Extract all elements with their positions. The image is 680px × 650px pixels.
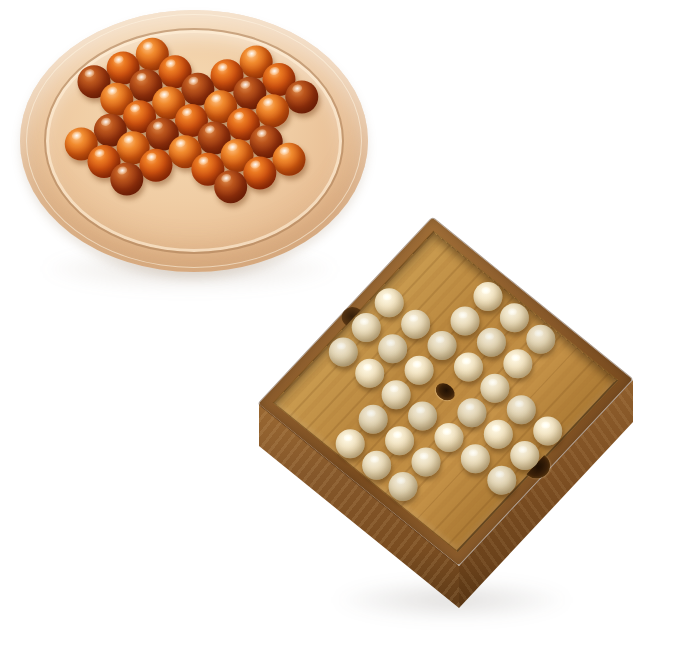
wooden-ball[interactable] (385, 426, 414, 455)
wooden-ball[interactable] (533, 416, 562, 445)
wooden-ball[interactable] (378, 334, 407, 363)
wooden-ball[interactable] (457, 398, 486, 427)
product-photo-scene (0, 0, 680, 650)
red-marble[interactable] (110, 162, 143, 195)
red-marble[interactable] (256, 94, 289, 127)
wooden-ball[interactable] (408, 402, 437, 431)
wooden-ball[interactable] (454, 352, 483, 381)
wooden-ball[interactable] (355, 359, 384, 388)
wooden-ball[interactable] (329, 338, 358, 367)
wooden-ball[interactable] (477, 328, 506, 357)
round-board-grid (10, 11, 374, 229)
wooden-ball[interactable] (434, 423, 463, 452)
wooden-ball[interactable] (359, 405, 388, 434)
wooden-ball[interactable] (352, 313, 381, 342)
red-marble[interactable] (285, 80, 318, 113)
wooden-ball[interactable] (375, 288, 404, 317)
wooden-ball[interactable] (510, 441, 539, 470)
empty-center-hole[interactable] (432, 379, 458, 403)
wooden-ball[interactable] (428, 331, 457, 360)
red-marble[interactable] (243, 156, 276, 189)
wooden-ball[interactable] (336, 429, 365, 458)
wooden-ball[interactable] (451, 307, 480, 336)
wooden-ball[interactable] (503, 349, 532, 378)
wooden-ball[interactable] (461, 444, 490, 473)
round-solitaire-board (20, 10, 368, 272)
wooden-ball[interactable] (411, 447, 440, 476)
wooden-ball[interactable] (526, 325, 555, 354)
wooden-ball[interactable] (405, 356, 434, 385)
wooden-ball[interactable] (362, 451, 391, 480)
wooden-ball[interactable] (389, 472, 418, 501)
wooden-ball[interactable] (382, 380, 411, 409)
red-marble[interactable] (214, 170, 247, 203)
wooden-ball[interactable] (480, 374, 509, 403)
wooden-ball[interactable] (401, 310, 430, 339)
wooden-ball[interactable] (484, 420, 513, 449)
red-marble[interactable] (272, 143, 305, 176)
wooden-ball[interactable] (507, 395, 536, 424)
red-marble[interactable] (139, 149, 172, 182)
wooden-ball[interactable] (487, 466, 516, 495)
wooden-ball[interactable] (473, 282, 502, 311)
wooden-ball[interactable] (500, 303, 529, 332)
